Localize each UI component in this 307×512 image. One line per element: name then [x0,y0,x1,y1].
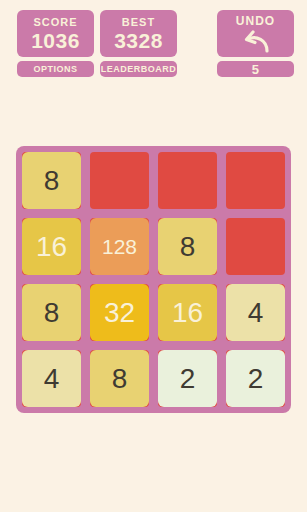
empty-cell [90,152,149,209]
tile-16: 16 [158,284,217,341]
tile-4: 4 [22,350,81,407]
cell: 8 [158,218,217,275]
game-board[interactable]: 81612888321644822 [16,146,291,413]
cell: 16 [22,218,81,275]
cell: 8 [90,350,149,407]
tile-4: 4 [226,284,285,341]
cell: 16 [158,284,217,341]
undo-count-badge: 5 [217,61,294,77]
undo-arrow-icon [239,29,273,53]
best-column: BEST 3328 LEADERBOARD [100,10,177,77]
score-column: SCORE 1036 OPTIONS [17,10,94,77]
cell: 8 [22,284,81,341]
cell: 4 [226,284,285,341]
undo-column: UNDO 5 [217,10,294,77]
tile-2: 2 [226,350,285,407]
tile-2: 2 [158,350,217,407]
best-box: BEST 3328 [100,10,177,57]
options-button[interactable]: OPTIONS [17,61,94,77]
cell: 2 [226,350,285,407]
cell: 128 [90,218,149,275]
tile-16: 16 [22,218,81,275]
cell: 4 [22,350,81,407]
empty-cell [226,218,285,275]
tile-8: 8 [90,350,149,407]
cell: 8 [22,152,81,209]
tile-8: 8 [158,218,217,275]
score-value: 1036 [31,29,80,52]
undo-label: UNDO [236,14,275,28]
app-root: SCORE 1036 OPTIONS BEST 3328 LEADERBOARD… [0,0,307,512]
tile-8: 8 [22,152,81,209]
tile-8: 8 [22,284,81,341]
tile-128: 128 [90,218,149,275]
best-label: BEST [122,16,155,29]
score-label: SCORE [33,16,77,29]
cell: 2 [158,350,217,407]
score-box: SCORE 1036 [17,10,94,57]
empty-cell [158,152,217,209]
tile-32: 32 [90,284,149,341]
cell: 32 [90,284,149,341]
empty-cell [226,152,285,209]
undo-button[interactable]: UNDO [217,10,294,57]
leaderboard-button[interactable]: LEADERBOARD [100,61,177,77]
best-value: 3328 [114,29,163,52]
